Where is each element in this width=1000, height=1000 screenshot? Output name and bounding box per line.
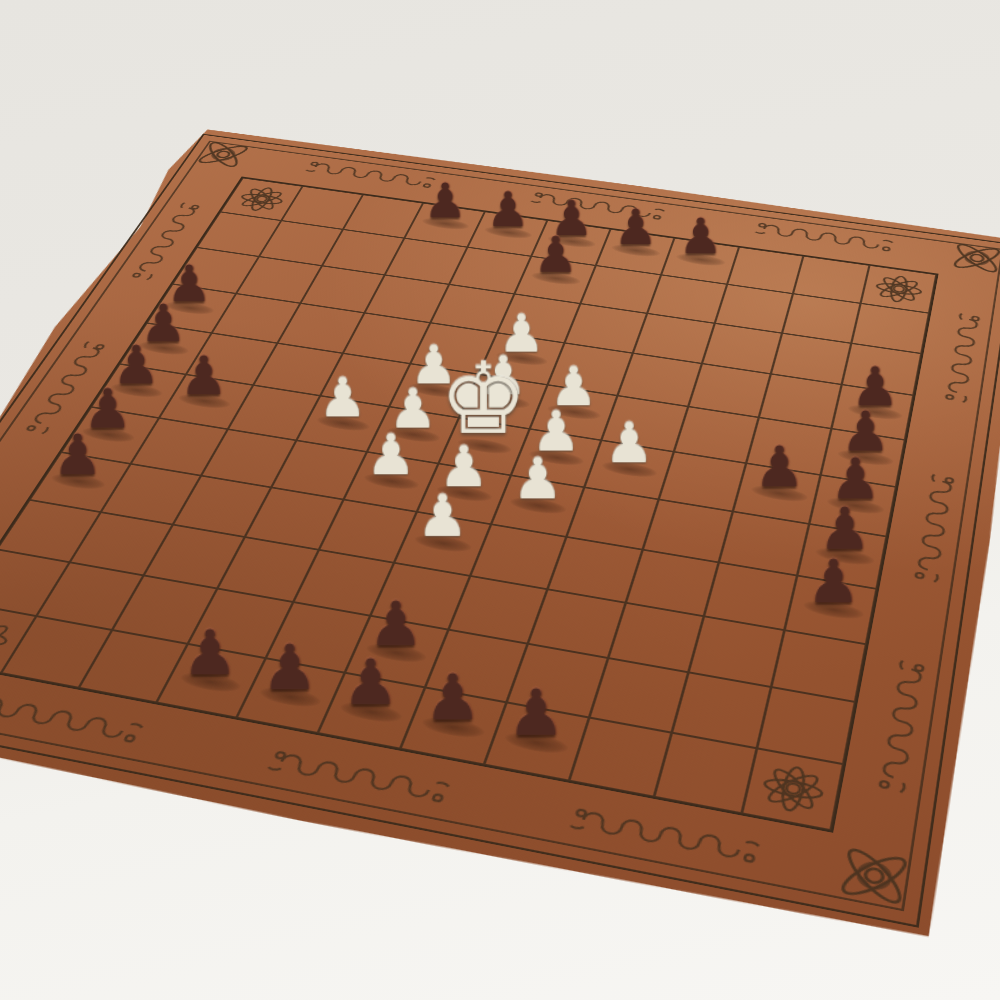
- defender-piece-glyph: ♟: [587, 415, 672, 471]
- attacker-piece-glyph: ♟: [35, 427, 121, 483]
- attacker-piece-glyph: ♟: [517, 230, 593, 280]
- perspective-scene: ♟♟♟♟♟♟♟♟♟♟♟♟♟♟♟♟♟♟♚♟♟♟♟♟♟♟♟♟♟♟♟♟♟♟♟♟♟: [0, 0, 1000, 1000]
- defender-piece-glyph: ♟: [494, 450, 581, 507]
- attacker-piece-glyph: ♟: [663, 212, 738, 261]
- attacker-piece-glyph: ♟: [487, 680, 585, 744]
- game-mat: ♟♟♟♟♟♟♟♟♟♟♟♟♟♟♟♟♟♟♚♟♟♟♟♟♟♟♟♟♟♟♟♟♟♟♟♟♟: [0, 126, 1000, 946]
- attacker-piece-glyph: ♟: [163, 349, 245, 403]
- board-photo: ♟♟♟♟♟♟♟♟♟♟♟♟♟♟♟♟♟♟♚♟♟♟♟♟♟♟♟♟♟♟♟♟♟♟♟♟♟ Hn…: [0, 0, 1000, 1000]
- attacker-piece-glyph: ♟: [787, 551, 879, 611]
- defender-piece-glyph: ♟: [398, 487, 486, 545]
- pieces-layer: ♟♟♟♟♟♟♟♟♟♟♟♟♟♟♟♟♟♟♚♟♟♟♟♟♟♟♟♟♟♟♟♟♟♟♟♟♟: [0, 126, 1000, 946]
- attacker-piece-glyph: ♟: [736, 438, 822, 495]
- attacker-piece-glyph: ♟: [598, 203, 673, 252]
